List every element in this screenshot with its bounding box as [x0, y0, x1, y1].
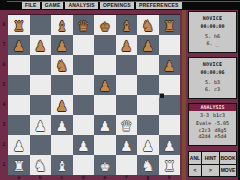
square-f3[interactable]: ♛ — [116, 115, 138, 135]
black-pawn[interactable]: ♟ — [159, 55, 181, 75]
black-pawn[interactable]: ♟ — [30, 35, 52, 55]
square-b7[interactable]: ♟ — [30, 35, 52, 55]
rank-label-4: 4 — [0, 94, 8, 114]
white-pawn[interactable]: ♟ — [137, 135, 159, 155]
white-rook[interactable]: ♜ — [159, 155, 181, 175]
black-pawn[interactable]: ♟ — [116, 35, 138, 55]
control-buttons-panel: ANL HINT BOOK < > MOVE — [188, 151, 237, 177]
move-button[interactable]: MOVE — [220, 165, 236, 177]
rank-label-1: 1 — [0, 154, 8, 174]
analysis-depth-line: 3-3b1c3 — [189, 112, 236, 119]
square-f7[interactable]: ♟ — [116, 35, 138, 55]
white-rook[interactable]: ♜ — [8, 155, 30, 175]
pv-move: e5d4 — [215, 133, 227, 139]
rank-label-2: 2 — [0, 134, 8, 154]
black-clock-time: 00:00:00 — [189, 23, 236, 29]
white-clock-time: 00:00:06 — [189, 69, 236, 75]
prev-move-button[interactable]: < — [189, 165, 201, 177]
white-move-line-2: 6. c3 — [189, 86, 236, 93]
white-pawn[interactable]: ♟ — [116, 135, 138, 155]
square-e3[interactable]: ♟ — [94, 115, 116, 135]
square-a5[interactable] — [8, 75, 30, 95]
white-pawn[interactable]: ♟ — [51, 115, 73, 135]
black-clock-panel: NOVICE 00:00:00 5. h6 6. _ — [188, 11, 237, 53]
square-h7[interactable] — [159, 35, 181, 55]
file-label-c: c — [51, 174, 73, 180]
file-label-h: h — [159, 174, 181, 180]
square-c3[interactable]: ♟ — [51, 115, 73, 135]
white-pawn[interactable]: ♟ — [8, 135, 30, 155]
square-h6[interactable]: ♟ — [159, 55, 181, 75]
rank-label-7: 7 — [0, 34, 8, 54]
square-e6[interactable] — [94, 55, 116, 75]
side-panels: NOVICE 00:00:00 5. h6 6. _ NOVICE 00:00:… — [186, 10, 238, 180]
square-b8[interactable] — [30, 15, 52, 35]
board-area: 87654321 ♜♝♛♚♝♞♜♟♟♟♟♟♞♟♟♟♟♟♟♛♟♟♟♟♟♜♞♝♚♞♜… — [0, 10, 182, 180]
hint-button[interactable]: HINT — [202, 152, 219, 164]
file-label-g: g — [137, 174, 159, 180]
square-g3[interactable] — [137, 115, 159, 135]
file-label-e: e — [94, 174, 116, 180]
square-b1[interactable]: ♞ — [30, 155, 52, 175]
white-move-line-1: 5. b3 — [189, 79, 236, 86]
square-f1[interactable] — [116, 155, 138, 175]
rank-label-5: 5 — [0, 74, 8, 94]
black-knight[interactable]: ♞ — [137, 15, 159, 35]
square-b4[interactable] — [30, 95, 52, 115]
file-label-f: f — [116, 174, 138, 180]
square-h1[interactable]: ♜ — [159, 155, 181, 175]
black-knight[interactable]: ♞ — [51, 55, 73, 75]
black-move-list: 5. h6 6. _ — [189, 33, 236, 47]
rank-label-8: 8 — [0, 14, 8, 34]
square-e7[interactable] — [94, 35, 116, 55]
menu-item-game[interactable]: GAME — [42, 2, 64, 9]
square-b3[interactable]: ♟ — [30, 115, 52, 135]
white-king[interactable]: ♚ — [94, 155, 116, 175]
white-knight[interactable]: ♞ — [137, 155, 159, 175]
square-e4[interactable] — [94, 95, 116, 115]
square-b6[interactable] — [30, 55, 52, 75]
white-move-list: 5. b3 6. c3 — [189, 79, 236, 93]
square-d8[interactable]: ♛ — [73, 15, 95, 35]
square-f2[interactable]: ♟ — [116, 135, 138, 155]
white-pawn[interactable]: ♟ — [94, 115, 116, 135]
square-a3[interactable] — [8, 115, 30, 135]
black-rook[interactable]: ♜ — [159, 15, 181, 35]
analysis-eval: Eval= -5.05 — [189, 120, 236, 127]
file-label-d: d — [73, 174, 95, 180]
square-e1[interactable]: ♚ — [94, 155, 116, 175]
square-h8[interactable]: ♜ — [159, 15, 181, 35]
square-g2[interactable]: ♟ — [137, 135, 159, 155]
black-king[interactable]: ♚ — [94, 15, 116, 35]
analysis-title: ANALYSIS — [189, 104, 236, 111]
square-e8[interactable]: ♚ — [94, 15, 116, 35]
square-a2[interactable]: ♟ — [8, 135, 30, 155]
mouse-cursor — [159, 93, 164, 98]
square-h2[interactable]: ♟ — [159, 135, 181, 155]
square-g4[interactable] — [137, 95, 159, 115]
menu-item-openings[interactable]: OPENINGS — [100, 2, 134, 9]
analysis-depth: 3-3 — [198, 112, 211, 118]
file-label-a: a — [8, 174, 30, 180]
square-g5[interactable] — [137, 75, 159, 95]
black-pawn[interactable]: ♟ — [51, 95, 73, 115]
file-label-b: b — [30, 174, 52, 180]
menu-item-preferences[interactable]: PREFERENCES — [136, 2, 182, 9]
black-move-line-1: 5. h6 — [189, 33, 236, 40]
rank-labels: 87654321 — [0, 14, 8, 174]
square-g8[interactable]: ♞ — [137, 15, 159, 35]
pv-move: d2d4 — [198, 133, 210, 139]
white-queen[interactable]: ♛ — [116, 115, 138, 135]
square-a4[interactable] — [8, 95, 30, 115]
square-d5[interactable] — [73, 75, 95, 95]
menu: FILEGAMEANALYSISOPENINGSPREFERENCES — [22, 2, 182, 9]
black-pawn[interactable]: ♟ — [8, 35, 30, 55]
square-c8[interactable]: ♝ — [51, 15, 73, 35]
square-a7[interactable]: ♟ — [8, 35, 30, 55]
square-e5[interactable]: ♟ — [94, 75, 116, 95]
white-pawn[interactable]: ♟ — [159, 135, 181, 155]
square-d6[interactable] — [73, 55, 95, 75]
square-d7[interactable] — [73, 35, 95, 55]
white-player-name: NOVICE — [189, 61, 236, 67]
square-g1[interactable]: ♞ — [137, 155, 159, 175]
square-d1[interactable] — [73, 155, 95, 175]
square-h5[interactable] — [159, 75, 181, 95]
square-f4[interactable] — [116, 95, 138, 115]
square-c7[interactable]: ♟ — [51, 35, 73, 55]
black-player-name: NOVICE — [189, 15, 236, 21]
square-c5[interactable] — [51, 75, 73, 95]
square-b2[interactable] — [30, 135, 52, 155]
rank-label-3: 3 — [0, 114, 8, 134]
white-pawn[interactable]: ♟ — [73, 135, 95, 155]
next-move-button[interactable]: > — [202, 165, 219, 177]
square-f8[interactable]: ♝ — [116, 15, 138, 35]
square-g7[interactable]: ♟ — [137, 35, 159, 55]
menu-item-file[interactable]: FILE — [22, 2, 40, 9]
square-c4[interactable]: ♟ — [51, 95, 73, 115]
book-button[interactable]: BOOK — [220, 152, 236, 164]
square-f5[interactable] — [116, 75, 138, 95]
square-e2[interactable] — [94, 135, 116, 155]
black-move-line-2: 6. _ — [189, 40, 236, 47]
analysis-pv-line-2: d2d4 e5d4 — [189, 133, 236, 139]
white-pawn[interactable]: ♟ — [30, 115, 52, 135]
white-bishop[interactable]: ♝ — [51, 155, 73, 175]
file-labels: abcdefgh — [8, 174, 180, 180]
square-a6[interactable] — [8, 55, 30, 75]
black-pawn[interactable]: ♟ — [137, 35, 159, 55]
square-h4[interactable] — [159, 95, 181, 115]
analysis-panel: ANALYSIS 3-3b1c3 Eval= -5.05 c2c3 d8g5 d… — [188, 103, 237, 146]
square-d3[interactable] — [73, 115, 95, 135]
black-pawn[interactable]: ♟ — [51, 35, 73, 55]
white-knight[interactable]: ♞ — [30, 155, 52, 175]
square-a8[interactable]: ♜ — [8, 15, 30, 35]
square-d2[interactable]: ♟ — [73, 135, 95, 155]
square-c1[interactable]: ♝ — [51, 155, 73, 175]
square-a1[interactable]: ♜ — [8, 155, 30, 175]
screen-right-edge — [238, 10, 240, 180]
square-b5[interactable] — [30, 75, 52, 95]
chess-app-window: FILEGAMEANALYSISOPENINGSPREFERENCES 8765… — [0, 0, 240, 180]
white-clock-panel: NOVICE 00:00:06 5. b3 6. c3 — [188, 57, 237, 99]
square-h3[interactable] — [159, 115, 181, 135]
square-c2[interactable] — [51, 135, 73, 155]
black-pawn[interactable]: ♟ — [94, 75, 116, 95]
menu-item-analysis[interactable]: ANALYSIS — [65, 2, 97, 9]
black-queen[interactable]: ♛ — [73, 15, 95, 35]
anl-button[interactable]: ANL — [189, 152, 201, 164]
black-rook[interactable]: ♜ — [8, 15, 30, 35]
square-c6[interactable]: ♞ — [51, 55, 73, 75]
menu-bar: FILEGAMEANALYSISOPENINGSPREFERENCES — [0, 0, 240, 10]
analysis-best-move: b1c3 — [211, 112, 227, 118]
black-bishop[interactable]: ♝ — [51, 15, 73, 35]
chess-board: ♜♝♛♚♝♞♜♟♟♟♟♟♞♟♟♟♟♟♟♛♟♟♟♟♟♜♞♝♚♞♜ — [8, 14, 180, 175]
black-bishop[interactable]: ♝ — [116, 15, 138, 35]
square-d4[interactable] — [73, 95, 95, 115]
rank-label-6: 6 — [0, 54, 8, 74]
square-g6[interactable] — [137, 55, 159, 75]
square-f6[interactable] — [116, 55, 138, 75]
